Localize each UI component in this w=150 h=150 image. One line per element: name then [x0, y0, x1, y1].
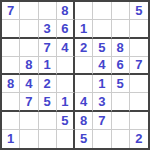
given-digit: 4 [61, 41, 68, 54]
given-digit: 7 [25, 95, 32, 108]
cell-r2c2[interactable] [20, 20, 38, 38]
given-digit: 4 [98, 58, 105, 71]
cell-r5c2: 4 [20, 75, 38, 93]
cell-r1c8: 5 [130, 2, 148, 20]
sudoku-board: 78536174258814678421575143587152 [0, 0, 150, 150]
cell-r4c4[interactable] [57, 57, 75, 75]
cell-r7c8[interactable] [130, 112, 148, 130]
cell-r5c4[interactable] [57, 75, 75, 93]
given-digit: 4 [80, 95, 87, 108]
given-digit: 5 [135, 4, 142, 17]
given-digit: 5 [61, 114, 68, 127]
cell-r6c4: 1 [57, 93, 75, 111]
cell-r4c2: 8 [20, 57, 38, 75]
given-digit: 7 [98, 114, 105, 127]
cell-r3c6: 5 [93, 39, 111, 57]
given-digit: 7 [44, 41, 51, 54]
cell-r3c4: 4 [57, 39, 75, 57]
given-digit: 5 [117, 77, 124, 90]
given-digit: 8 [80, 114, 87, 127]
cell-r4c1[interactable] [2, 57, 20, 75]
cell-r2c3: 3 [39, 20, 57, 38]
cell-r7c4: 5 [57, 112, 75, 130]
cell-r5c1: 8 [2, 75, 20, 93]
given-digit: 5 [98, 41, 105, 54]
cell-r7c2[interactable] [20, 112, 38, 130]
cell-r4c6: 4 [93, 57, 111, 75]
given-digit: 4 [25, 77, 32, 90]
cell-r7c3[interactable] [39, 112, 57, 130]
cell-r4c3: 1 [39, 57, 57, 75]
cell-r5c3: 2 [39, 75, 57, 93]
cell-r6c1[interactable] [2, 93, 20, 111]
given-digit: 8 [117, 41, 124, 54]
given-digit: 5 [44, 95, 51, 108]
cell-r6c7[interactable] [112, 93, 130, 111]
given-digit: 8 [25, 58, 32, 71]
given-digit: 1 [44, 58, 51, 71]
given-digit: 8 [61, 4, 68, 17]
cell-r6c3: 5 [39, 93, 57, 111]
cell-r2c7[interactable] [112, 20, 130, 38]
given-digit: 2 [44, 77, 51, 90]
given-digit: 3 [44, 22, 51, 35]
given-digit: 2 [135, 132, 142, 145]
cell-r6c8[interactable] [130, 93, 148, 111]
given-digit: 1 [61, 95, 68, 108]
given-digit: 5 [80, 132, 87, 145]
given-digit: 7 [135, 58, 142, 71]
cell-r8c2[interactable] [20, 130, 38, 148]
cell-r1c5[interactable] [75, 2, 93, 20]
cell-r1c2[interactable] [20, 2, 38, 20]
cell-r3c2[interactable] [20, 39, 38, 57]
cell-r8c6[interactable] [93, 130, 111, 148]
cell-r8c8: 2 [130, 130, 148, 148]
cell-r7c6: 7 [93, 112, 111, 130]
cell-r3c3: 7 [39, 39, 57, 57]
cell-r1c6[interactable] [93, 2, 111, 20]
cell-r4c7: 6 [112, 57, 130, 75]
cell-r8c5: 5 [75, 130, 93, 148]
cell-r5c6: 1 [93, 75, 111, 93]
cell-r2c4: 6 [57, 20, 75, 38]
cell-r2c6[interactable] [93, 20, 111, 38]
given-digit: 1 [98, 77, 105, 90]
cell-r5c5[interactable] [75, 75, 93, 93]
cell-r7c7[interactable] [112, 112, 130, 130]
cell-r8c3[interactable] [39, 130, 57, 148]
cell-r5c8[interactable] [130, 75, 148, 93]
cell-r6c6: 3 [93, 93, 111, 111]
cell-r3c1[interactable] [2, 39, 20, 57]
cell-r5c7: 5 [112, 75, 130, 93]
given-digit: 8 [7, 77, 14, 90]
cell-r8c4[interactable] [57, 130, 75, 148]
cell-r1c7[interactable] [112, 2, 130, 20]
cell-r1c3[interactable] [39, 2, 57, 20]
cell-r2c1[interactable] [2, 20, 20, 38]
cell-r3c7: 8 [112, 39, 130, 57]
given-digit: 1 [80, 22, 87, 35]
given-digit: 7 [7, 4, 14, 17]
given-digit: 6 [117, 58, 124, 71]
cell-r8c7[interactable] [112, 130, 130, 148]
cell-r2c8[interactable] [130, 20, 148, 38]
cell-r8c1: 1 [2, 130, 20, 148]
given-digit: 3 [98, 95, 105, 108]
cell-r2c5: 1 [75, 20, 93, 38]
cell-r4c8: 7 [130, 57, 148, 75]
cell-r4c5[interactable] [75, 57, 93, 75]
given-digit: 6 [61, 22, 68, 35]
cell-r1c1: 7 [2, 2, 20, 20]
cell-r7c1[interactable] [2, 112, 20, 130]
cell-r7c5: 8 [75, 112, 93, 130]
cell-r6c5: 4 [75, 93, 93, 111]
cell-r6c2: 7 [20, 93, 38, 111]
cell-r1c4: 8 [57, 2, 75, 20]
given-digit: 2 [80, 41, 87, 54]
cell-r3c5: 2 [75, 39, 93, 57]
given-digit: 1 [7, 132, 14, 145]
cell-r3c8[interactable] [130, 39, 148, 57]
